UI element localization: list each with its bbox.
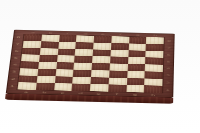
coord-label: 5 [163,58,174,65]
board-perspective-wrapper: abcdefgh abcdefgh 87654321 87654321 [0,0,200,133]
square-a1 [18,82,37,90]
coord-label: 4 [163,65,174,72]
coord-label: 1 [162,86,173,93]
coord-label: 6 [163,51,174,58]
coord-label: 3 [163,72,174,79]
coord-label: 8 [164,37,175,44]
square-c1 [54,83,73,91]
square-h1 [144,85,162,93]
square-e1 [90,84,109,92]
square-g1 [126,85,144,93]
board-grid [18,34,164,93]
square-f1 [108,84,126,92]
coord-label: 2 [162,79,173,86]
square-d1 [72,84,91,92]
product-photo-stage: abcdefgh abcdefgh 87654321 87654321 [0,0,200,133]
square-b1 [36,83,55,91]
board-frame: abcdefgh abcdefgh 87654321 87654321 [6,30,175,98]
chess-board: abcdefgh abcdefgh 87654321 87654321 [6,30,175,98]
rank-labels-right: 87654321 [162,37,174,93]
coord-label: 7 [163,44,174,51]
